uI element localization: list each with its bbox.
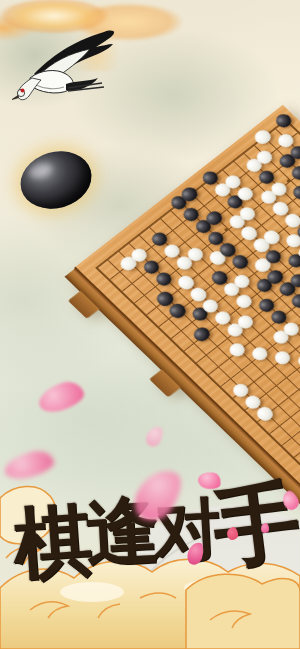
petal xyxy=(261,523,269,533)
crane-beak xyxy=(12,95,19,101)
title-char: 棋 xyxy=(11,501,94,584)
white-stone xyxy=(226,341,247,360)
white-stone xyxy=(249,344,270,363)
white-stone xyxy=(233,292,254,311)
black-stone xyxy=(191,325,212,344)
white-stone xyxy=(272,348,293,367)
black-stone xyxy=(153,270,174,289)
black-stone xyxy=(291,183,300,202)
crane-illustration xyxy=(12,30,124,116)
white-stone xyxy=(295,352,300,371)
star-point xyxy=(224,228,229,233)
black-stone xyxy=(230,252,251,271)
white-stone xyxy=(252,128,273,147)
black-stone xyxy=(273,111,294,130)
game-promo-screen: 棋 逢 对 手 xyxy=(0,0,300,649)
star-point xyxy=(286,179,291,184)
crane-red-crown xyxy=(21,89,25,93)
